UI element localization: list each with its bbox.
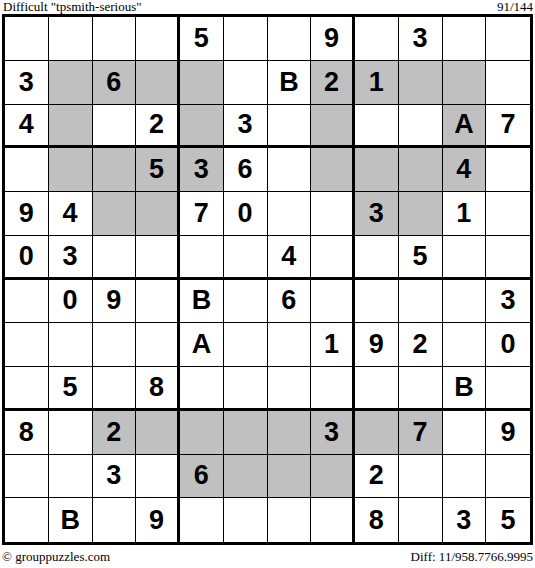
cell-r4c4[interactable]: 5	[136, 148, 180, 192]
cell-r4c12[interactable]	[486, 148, 530, 192]
cell-r12c3[interactable]	[93, 498, 137, 542]
cell-r8c1[interactable]	[5, 323, 49, 367]
cell-r6c1[interactable]: 0	[5, 236, 49, 280]
puzzle-counter: 91/144	[497, 0, 533, 14]
cell-r9c1[interactable]	[5, 367, 49, 411]
cell-r2c7[interactable]: B	[268, 61, 312, 105]
cell-r2c8[interactable]: 2	[311, 61, 355, 105]
puzzle-title: Difficult "tpsmith-serious"	[3, 0, 142, 14]
cell-r7c6[interactable]	[224, 280, 268, 324]
cell-r5c1[interactable]: 9	[5, 192, 49, 236]
cell-r8c2[interactable]	[49, 323, 93, 367]
cell-r1c3[interactable]	[93, 17, 137, 61]
cell-r11c4[interactable]	[136, 455, 180, 499]
cell-r9c7[interactable]	[268, 367, 312, 411]
cell-r2c4[interactable]	[136, 61, 180, 105]
cell-r3c7[interactable]	[268, 105, 312, 149]
cell-r12c11[interactable]: 3	[443, 498, 487, 542]
cell-r12c1[interactable]	[5, 498, 49, 542]
cell-r10c3[interactable]: 2	[93, 411, 137, 455]
cell-r1c5[interactable]: 5	[180, 17, 224, 61]
cell-r6c8[interactable]	[311, 236, 355, 280]
cell-r6c9[interactable]	[355, 236, 399, 280]
cell-r8c7[interactable]	[268, 323, 312, 367]
difficulty-rating: Diff: 11/958.7766.9995	[411, 549, 533, 564]
cell-r4c9[interactable]	[355, 148, 399, 192]
cell-r4c6[interactable]: 6	[224, 148, 268, 192]
cell-r2c2[interactable]	[49, 61, 93, 105]
cell-r11c6[interactable]	[224, 455, 268, 499]
cell-r3c11[interactable]: A	[443, 105, 487, 149]
cell-r11c3[interactable]: 3	[93, 455, 137, 499]
cell-r2c10[interactable]	[399, 61, 443, 105]
cell-r2c9[interactable]: 1	[355, 61, 399, 105]
cell-r8c4[interactable]	[136, 323, 180, 367]
cell-r3c2[interactable]	[49, 105, 93, 149]
cell-r11c12[interactable]	[486, 455, 530, 499]
cell-r7c9[interactable]	[355, 280, 399, 324]
cell-r5c10[interactable]	[399, 192, 443, 236]
header-bar: Difficult "tpsmith-serious" 91/144	[3, 0, 533, 14]
cell-r10c4[interactable]	[136, 411, 180, 455]
cell-r11c11[interactable]	[443, 455, 487, 499]
cell-r8c6[interactable]	[224, 323, 268, 367]
cell-r9c12[interactable]	[486, 367, 530, 411]
cell-r8c12[interactable]: 0	[486, 323, 530, 367]
cell-r5c11[interactable]: 1	[443, 192, 487, 236]
cell-r6c11[interactable]	[443, 236, 487, 280]
cell-r10c1[interactable]: 8	[5, 411, 49, 455]
copyright-text: © grouppuzzles.com	[2, 549, 110, 564]
cell-r4c1[interactable]	[5, 148, 49, 192]
cell-r8c9[interactable]: 9	[355, 323, 399, 367]
footer-bar: © grouppuzzles.com Diff: 11/958.7766.999…	[2, 549, 533, 565]
cell-r1c8[interactable]: 9	[311, 17, 355, 61]
cell-r3c8[interactable]	[311, 105, 355, 149]
cell-r11c8[interactable]	[311, 455, 355, 499]
cell-r12c7[interactable]	[268, 498, 312, 542]
cell-r2c5[interactable]	[180, 61, 224, 105]
cell-r9c10[interactable]	[399, 367, 443, 411]
cell-r5c3[interactable]	[93, 192, 137, 236]
cell-r11c7[interactable]	[268, 455, 312, 499]
cell-r1c9[interactable]	[355, 17, 399, 61]
cell-r6c7[interactable]: 4	[268, 236, 312, 280]
cell-r3c9[interactable]	[355, 105, 399, 149]
cell-r3c5[interactable]	[180, 105, 224, 149]
cell-r10c8[interactable]: 3	[311, 411, 355, 455]
cell-r4c11[interactable]: 4	[443, 148, 487, 192]
cell-r11c10[interactable]	[399, 455, 443, 499]
cell-r6c4[interactable]	[136, 236, 180, 280]
cell-r1c4[interactable]	[136, 17, 180, 61]
cell-r9c2[interactable]: 5	[49, 367, 93, 411]
cell-r12c4[interactable]: 9	[136, 498, 180, 542]
cell-r3c6[interactable]: 3	[224, 105, 268, 149]
cell-r8c3[interactable]	[93, 323, 137, 367]
cell-r5c12[interactable]	[486, 192, 530, 236]
cell-r7c7[interactable]: 6	[268, 280, 312, 324]
cell-r7c10[interactable]	[399, 280, 443, 324]
cell-r9c5[interactable]	[180, 367, 224, 411]
cell-r11c2[interactable]	[49, 455, 93, 499]
cell-r3c4[interactable]: 2	[136, 105, 180, 149]
cell-r12c10[interactable]	[399, 498, 443, 542]
cell-r9c9[interactable]	[355, 367, 399, 411]
cell-r7c2[interactable]: 0	[49, 280, 93, 324]
cell-r3c10[interactable]	[399, 105, 443, 149]
cell-r12c2[interactable]: B	[49, 498, 93, 542]
cell-r1c6[interactable]	[224, 17, 268, 61]
cell-r4c3[interactable]	[93, 148, 137, 192]
cell-r1c10[interactable]: 3	[399, 17, 443, 61]
cell-r5c9[interactable]: 3	[355, 192, 399, 236]
cell-r9c6[interactable]	[224, 367, 268, 411]
cell-r5c7[interactable]	[268, 192, 312, 236]
cell-r11c5[interactable]: 6	[180, 455, 224, 499]
cell-r11c9[interactable]: 2	[355, 455, 399, 499]
cell-r2c1[interactable]: 3	[5, 61, 49, 105]
cell-r4c2[interactable]	[49, 148, 93, 192]
cell-r12c9[interactable]: 8	[355, 498, 399, 542]
cell-r8c5[interactable]: A	[180, 323, 224, 367]
cell-r9c3[interactable]	[93, 367, 137, 411]
cell-r7c8[interactable]	[311, 280, 355, 324]
cell-r1c11[interactable]	[443, 17, 487, 61]
cell-r2c6[interactable]	[224, 61, 268, 105]
cell-r12c6[interactable]	[224, 498, 268, 542]
cell-r5c6[interactable]: 0	[224, 192, 268, 236]
cell-r10c2[interactable]	[49, 411, 93, 455]
cell-r7c4[interactable]	[136, 280, 180, 324]
cell-r12c12[interactable]: 5	[486, 498, 530, 542]
cell-r9c8[interactable]	[311, 367, 355, 411]
cell-r4c5[interactable]: 3	[180, 148, 224, 192]
cell-r6c3[interactable]	[93, 236, 137, 280]
cell-r1c1[interactable]	[5, 17, 49, 61]
cell-r10c6[interactable]	[224, 411, 268, 455]
cell-r1c7[interactable]	[268, 17, 312, 61]
cell-r5c5[interactable]: 7	[180, 192, 224, 236]
cell-r8c10[interactable]: 2	[399, 323, 443, 367]
cell-r4c7[interactable]	[268, 148, 312, 192]
cell-r8c11[interactable]	[443, 323, 487, 367]
cell-r10c7[interactable]	[268, 411, 312, 455]
cell-r3c12[interactable]: 7	[486, 105, 530, 149]
cell-r9c11[interactable]: B	[443, 367, 487, 411]
cell-r6c10[interactable]: 5	[399, 236, 443, 280]
cell-r10c10[interactable]: 7	[399, 411, 443, 455]
cell-r6c2[interactable]: 3	[49, 236, 93, 280]
cell-r1c2[interactable]	[49, 17, 93, 61]
cell-r10c5[interactable]	[180, 411, 224, 455]
cell-r5c2[interactable]: 4	[49, 192, 93, 236]
cell-r3c3[interactable]	[93, 105, 137, 149]
cell-r7c12[interactable]: 3	[486, 280, 530, 324]
cell-r7c11[interactable]	[443, 280, 487, 324]
cell-r12c8[interactable]	[311, 498, 355, 542]
cell-r7c5[interactable]: B	[180, 280, 224, 324]
cell-r6c12[interactable]	[486, 236, 530, 280]
cell-r2c11[interactable]	[443, 61, 487, 105]
cell-r4c10[interactable]	[399, 148, 443, 192]
cell-r12c5[interactable]	[180, 498, 224, 542]
cell-r6c5[interactable]	[180, 236, 224, 280]
cell-r2c3[interactable]: 6	[93, 61, 137, 105]
cell-r10c9[interactable]	[355, 411, 399, 455]
cell-r11c1[interactable]	[5, 455, 49, 499]
cell-r7c3[interactable]: 9	[93, 280, 137, 324]
cell-r2c12[interactable]	[486, 61, 530, 105]
cell-r9c4[interactable]: 8	[136, 367, 180, 411]
cell-r4c8[interactable]	[311, 148, 355, 192]
cell-r6c6[interactable]	[224, 236, 268, 280]
cell-r1c12[interactable]	[486, 17, 530, 61]
cell-r7c1[interactable]	[5, 280, 49, 324]
cell-r5c8[interactable]	[311, 192, 355, 236]
cell-r10c11[interactable]	[443, 411, 487, 455]
cell-r5c4[interactable]	[136, 192, 180, 236]
cell-r10c12[interactable]: 9	[486, 411, 530, 455]
cell-r3c1[interactable]: 4	[5, 105, 49, 149]
cell-r8c8[interactable]: 1	[311, 323, 355, 367]
sudoku-board: 59336B21423A75364947031034509B63A192058B…	[2, 14, 533, 545]
